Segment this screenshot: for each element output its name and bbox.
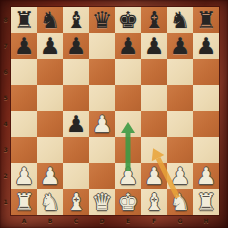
- board-square-c7[interactable]: ♟: [63, 33, 89, 59]
- rank-label-5: 5: [0, 94, 11, 101]
- board-square-b6[interactable]: [37, 59, 63, 85]
- black-pawn-c7[interactable]: ♟: [66, 33, 87, 59]
- board-square-h1[interactable]: ♜: [193, 189, 219, 215]
- black-rook-a8[interactable]: ♜: [14, 7, 35, 33]
- board-square-g3[interactable]: [167, 137, 193, 163]
- board-square-f1[interactable]: ♝: [141, 189, 167, 215]
- white-pawn-g2[interactable]: ♟: [170, 163, 191, 189]
- white-pawn-h2[interactable]: ♟: [196, 163, 217, 189]
- chess-board[interactable]: ♜♞♝♛♚♝♞♜♟♟♟♟♟♟♟♟♟♟♟♟♟♟♟♜♞♝♛♚♝♞♜: [11, 7, 219, 215]
- board-square-h4[interactable]: [193, 111, 219, 137]
- board-square-g1[interactable]: ♞: [167, 189, 193, 215]
- board-square-d4[interactable]: ♟: [89, 111, 115, 137]
- board-square-b8[interactable]: ♞: [37, 7, 63, 33]
- file-label-a: A: [11, 216, 37, 228]
- white-pawn-a2[interactable]: ♟: [14, 163, 35, 189]
- board-square-e7[interactable]: ♟: [115, 33, 141, 59]
- white-pawn-f2[interactable]: ♟: [144, 163, 165, 189]
- board-square-a5[interactable]: [11, 85, 37, 111]
- rank-label-4: 4: [0, 120, 11, 127]
- board-square-a4[interactable]: [11, 111, 37, 137]
- rank-label-2: 2: [0, 172, 11, 179]
- board-square-f5[interactable]: [141, 85, 167, 111]
- rank-label-6: 6: [0, 68, 11, 75]
- black-pawn-e7[interactable]: ♟: [118, 33, 139, 59]
- black-pawn-c4[interactable]: ♟: [66, 111, 87, 137]
- board-square-c8[interactable]: ♝: [63, 7, 89, 33]
- board-square-h8[interactable]: ♜: [193, 7, 219, 33]
- board-square-g8[interactable]: ♞: [167, 7, 193, 33]
- black-king-e8[interactable]: ♚: [118, 7, 139, 33]
- board-square-d3[interactable]: [89, 137, 115, 163]
- board-square-a8[interactable]: ♜: [11, 7, 37, 33]
- white-rook-h1[interactable]: ♜: [196, 189, 217, 215]
- white-pawn-d4[interactable]: ♟: [92, 111, 113, 137]
- white-knight-b1[interactable]: ♞: [40, 189, 61, 215]
- black-pawn-g7[interactable]: ♟: [170, 33, 191, 59]
- board-square-a7[interactable]: ♟: [11, 33, 37, 59]
- rank-label-1: 1: [0, 198, 11, 205]
- board-square-a1[interactable]: ♜: [11, 189, 37, 215]
- board-square-g5[interactable]: [167, 85, 193, 111]
- black-knight-g8[interactable]: ♞: [170, 7, 191, 33]
- board-square-e8[interactable]: ♚: [115, 7, 141, 33]
- board-square-h3[interactable]: [193, 137, 219, 163]
- board-square-f4[interactable]: [141, 111, 167, 137]
- board-square-d6[interactable]: [89, 59, 115, 85]
- board-square-d2[interactable]: [89, 163, 115, 189]
- board-square-g4[interactable]: [167, 111, 193, 137]
- board-square-h5[interactable]: [193, 85, 219, 111]
- board-square-b3[interactable]: [37, 137, 63, 163]
- board-square-d1[interactable]: ♛: [89, 189, 115, 215]
- board-square-e5[interactable]: [115, 85, 141, 111]
- white-knight-g1[interactable]: ♞: [170, 189, 191, 215]
- black-pawn-f7[interactable]: ♟: [144, 33, 165, 59]
- file-label-c: C: [63, 216, 89, 228]
- board-square-a3[interactable]: [11, 137, 37, 163]
- chess-board-window: ♜♞♝♛♚♝♞♜♟♟♟♟♟♟♟♟♟♟♟♟♟♟♟♜♞♝♛♚♝♞♜ 87654321…: [0, 0, 228, 228]
- file-label-d: D: [89, 216, 115, 228]
- white-pawn-b2[interactable]: ♟: [40, 163, 61, 189]
- board-square-c1[interactable]: ♝: [63, 189, 89, 215]
- board-square-b4[interactable]: [37, 111, 63, 137]
- file-label-b: B: [37, 216, 63, 228]
- white-king-e1[interactable]: ♚: [118, 189, 139, 215]
- rank-label-7: 7: [0, 42, 11, 49]
- board-square-f2[interactable]: ♟: [141, 163, 167, 189]
- board-square-d8[interactable]: ♛: [89, 7, 115, 33]
- black-queen-d8[interactable]: ♛: [92, 7, 113, 33]
- board-square-e6[interactable]: [115, 59, 141, 85]
- board-square-d5[interactable]: [89, 85, 115, 111]
- file-label-g: G: [167, 216, 193, 228]
- black-pawn-b7[interactable]: ♟: [40, 33, 61, 59]
- board-square-g6[interactable]: [167, 59, 193, 85]
- board-square-f3[interactable]: [141, 137, 167, 163]
- board-square-c4[interactable]: ♟: [63, 111, 89, 137]
- board-square-c5[interactable]: [63, 85, 89, 111]
- board-square-g2[interactable]: ♟: [167, 163, 193, 189]
- board-square-e3[interactable]: [115, 137, 141, 163]
- board-square-a6[interactable]: [11, 59, 37, 85]
- board-square-b2[interactable]: ♟: [37, 163, 63, 189]
- white-pawn-e2[interactable]: ♟: [118, 163, 139, 189]
- board-square-h2[interactable]: ♟: [193, 163, 219, 189]
- board-square-h6[interactable]: [193, 59, 219, 85]
- board-square-b5[interactable]: [37, 85, 63, 111]
- board-square-d7[interactable]: [89, 33, 115, 59]
- board-square-e1[interactable]: ♚: [115, 189, 141, 215]
- board-square-a2[interactable]: ♟: [11, 163, 37, 189]
- board-square-c2[interactable]: [63, 163, 89, 189]
- board-square-b1[interactable]: ♞: [37, 189, 63, 215]
- black-bishop-f8[interactable]: ♝: [144, 7, 165, 33]
- board-square-g7[interactable]: ♟: [167, 33, 193, 59]
- board-square-h7[interactable]: ♟: [193, 33, 219, 59]
- white-queen-d1[interactable]: ♛: [92, 189, 113, 215]
- black-pawn-h7[interactable]: ♟: [196, 33, 217, 59]
- board-square-f7[interactable]: ♟: [141, 33, 167, 59]
- board-square-e4[interactable]: [115, 111, 141, 137]
- file-label-h: H: [193, 216, 219, 228]
- board-square-f8[interactable]: ♝: [141, 7, 167, 33]
- black-bishop-c8[interactable]: ♝: [66, 7, 87, 33]
- board-square-f6[interactable]: [141, 59, 167, 85]
- black-knight-b8[interactable]: ♞: [40, 7, 61, 33]
- board-square-e2[interactable]: ♟: [115, 163, 141, 189]
- black-pawn-a7[interactable]: ♟: [14, 33, 35, 59]
- file-label-f: F: [141, 216, 167, 228]
- black-rook-h8[interactable]: ♜: [196, 7, 217, 33]
- white-bishop-f1[interactable]: ♝: [144, 189, 165, 215]
- board-square-b7[interactable]: ♟: [37, 33, 63, 59]
- rank-label-8: 8: [0, 16, 11, 23]
- file-label-e: E: [115, 216, 141, 228]
- rank-label-3: 3: [0, 146, 11, 153]
- white-rook-a1[interactable]: ♜: [14, 189, 35, 215]
- white-bishop-c1[interactable]: ♝: [66, 189, 87, 215]
- board-square-c6[interactable]: [63, 59, 89, 85]
- board-square-c3[interactable]: [63, 137, 89, 163]
